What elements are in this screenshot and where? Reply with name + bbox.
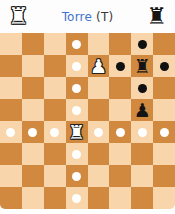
chess-board: ♟♜♟♜ bbox=[0, 33, 175, 209]
board-square-d7[interactable] bbox=[66, 55, 88, 77]
board-square-d4[interactable]: ♜ bbox=[66, 121, 88, 143]
chess-lesson-panel: ♜ Torre (T) ♜ ♟♜♟♜ bbox=[0, 0, 175, 214]
board-square-d1[interactable] bbox=[66, 187, 88, 209]
black-rook-icon: ♜ bbox=[146, 5, 167, 28]
black-move-marker[interactable] bbox=[160, 62, 169, 71]
board-square-b7[interactable] bbox=[22, 55, 44, 77]
board-square-d5[interactable] bbox=[66, 99, 88, 121]
board-square-e1[interactable] bbox=[88, 187, 110, 209]
board-square-e4[interactable] bbox=[88, 121, 110, 143]
board-square-g8[interactable] bbox=[131, 33, 153, 55]
board-square-g6[interactable] bbox=[131, 77, 153, 99]
board-square-g2[interactable] bbox=[131, 165, 153, 187]
white-move-marker[interactable] bbox=[72, 40, 81, 49]
board-square-c3[interactable] bbox=[44, 143, 66, 165]
board-square-a1[interactable] bbox=[0, 187, 22, 209]
board-square-e6[interactable] bbox=[88, 77, 110, 99]
board-square-f4[interactable] bbox=[109, 121, 131, 143]
board-square-g5[interactable]: ♟ bbox=[131, 99, 153, 121]
board-square-g7[interactable]: ♜ bbox=[131, 55, 153, 77]
white-move-marker[interactable] bbox=[138, 128, 147, 137]
board-square-d3[interactable] bbox=[66, 143, 88, 165]
white-move-marker[interactable] bbox=[72, 62, 81, 71]
board-square-e7[interactable]: ♟ bbox=[88, 55, 110, 77]
white-move-marker[interactable] bbox=[28, 128, 37, 137]
board-square-d6[interactable] bbox=[66, 77, 88, 99]
board-square-f7[interactable] bbox=[109, 55, 131, 77]
board-square-a2[interactable] bbox=[0, 165, 22, 187]
board-square-a6[interactable] bbox=[0, 77, 22, 99]
lesson-title-primary: Torre bbox=[62, 10, 92, 24]
white-move-marker[interactable] bbox=[94, 128, 103, 137]
white-move-marker[interactable] bbox=[72, 172, 81, 181]
black-move-marker[interactable] bbox=[138, 84, 147, 93]
lesson-title-secondary: (T) bbox=[96, 10, 113, 24]
board-square-h2[interactable] bbox=[153, 165, 175, 187]
board-square-a7[interactable] bbox=[0, 55, 22, 77]
black-move-marker[interactable] bbox=[138, 40, 147, 49]
white-rook-icon: ♜ bbox=[8, 5, 29, 28]
black-rook[interactable]: ♜ bbox=[134, 57, 151, 76]
white-move-marker[interactable] bbox=[116, 128, 125, 137]
board-square-e8[interactable] bbox=[88, 33, 110, 55]
board-square-b8[interactable] bbox=[22, 33, 44, 55]
board-square-e5[interactable] bbox=[88, 99, 110, 121]
board-square-f1[interactable] bbox=[109, 187, 131, 209]
board-square-c7[interactable] bbox=[44, 55, 66, 77]
lesson-header: ♜ Torre (T) ♜ bbox=[0, 0, 175, 33]
board-square-b4[interactable] bbox=[22, 121, 44, 143]
board-square-e3[interactable] bbox=[88, 143, 110, 165]
board-square-f5[interactable] bbox=[109, 99, 131, 121]
board-square-h7[interactable] bbox=[153, 55, 175, 77]
white-move-marker[interactable] bbox=[50, 128, 59, 137]
board-square-b2[interactable] bbox=[22, 165, 44, 187]
board-square-e2[interactable] bbox=[88, 165, 110, 187]
board-square-c6[interactable] bbox=[44, 77, 66, 99]
white-move-marker[interactable] bbox=[6, 128, 15, 137]
board-square-b1[interactable] bbox=[22, 187, 44, 209]
board-square-c8[interactable] bbox=[44, 33, 66, 55]
board-square-g1[interactable] bbox=[131, 187, 153, 209]
white-move-marker[interactable] bbox=[72, 194, 81, 203]
board-square-c2[interactable] bbox=[44, 165, 66, 187]
white-rook[interactable]: ♜ bbox=[68, 123, 85, 142]
white-move-marker[interactable] bbox=[72, 150, 81, 159]
board-square-a3[interactable] bbox=[0, 143, 22, 165]
board-square-f6[interactable] bbox=[109, 77, 131, 99]
board-square-h5[interactable] bbox=[153, 99, 175, 121]
board-square-g3[interactable] bbox=[131, 143, 153, 165]
board-square-b6[interactable] bbox=[22, 77, 44, 99]
black-move-marker[interactable] bbox=[116, 62, 125, 71]
board-square-f3[interactable] bbox=[109, 143, 131, 165]
board-square-f2[interactable] bbox=[109, 165, 131, 187]
white-pawn[interactable]: ♟ bbox=[90, 57, 107, 76]
board-square-h4[interactable] bbox=[153, 121, 175, 143]
board-square-c1[interactable] bbox=[44, 187, 66, 209]
board-square-d8[interactable] bbox=[66, 33, 88, 55]
board-square-c5[interactable] bbox=[44, 99, 66, 121]
black-pawn[interactable]: ♟ bbox=[134, 101, 151, 120]
board-square-a5[interactable] bbox=[0, 99, 22, 121]
board-square-f8[interactable] bbox=[109, 33, 131, 55]
board-square-b3[interactable] bbox=[22, 143, 44, 165]
board-square-h1[interactable] bbox=[153, 187, 175, 209]
board-square-a8[interactable] bbox=[0, 33, 22, 55]
board-square-h8[interactable] bbox=[153, 33, 175, 55]
board-square-h6[interactable] bbox=[153, 77, 175, 99]
board-square-h3[interactable] bbox=[153, 143, 175, 165]
board-square-g4[interactable] bbox=[131, 121, 153, 143]
board-square-a4[interactable] bbox=[0, 121, 22, 143]
white-move-marker[interactable] bbox=[160, 128, 169, 137]
white-move-marker[interactable] bbox=[72, 106, 81, 115]
lesson-title: Torre (T) bbox=[62, 10, 114, 24]
board-square-b5[interactable] bbox=[22, 99, 44, 121]
white-move-marker[interactable] bbox=[72, 84, 81, 93]
board-square-c4[interactable] bbox=[44, 121, 66, 143]
board-square-d2[interactable] bbox=[66, 165, 88, 187]
